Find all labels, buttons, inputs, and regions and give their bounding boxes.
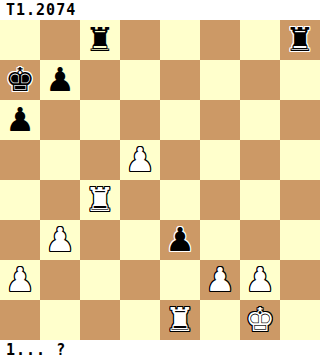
square-a1[interactable] [0, 300, 40, 340]
square-h1[interactable] [280, 300, 320, 340]
black-pawn-a6[interactable]: ♟ [5, 100, 35, 140]
black-pawn-b7[interactable]: ♟ [45, 60, 75, 100]
square-a7[interactable]: ♚ [0, 60, 40, 100]
white-pawn-g2[interactable]: ♟ [245, 260, 275, 300]
black-rook-h8[interactable]: ♜ [285, 20, 315, 60]
chess-board: ♜♜♚♟♟♟♜♟♟♟♟♟♜♚ [0, 20, 320, 340]
square-b2[interactable] [40, 260, 80, 300]
puzzle-title: T1.2074 [0, 0, 320, 20]
black-rook-c8[interactable]: ♜ [85, 20, 115, 60]
square-g1[interactable]: ♚ [240, 300, 280, 340]
square-a3[interactable] [0, 220, 40, 260]
square-c4[interactable]: ♜ [80, 180, 120, 220]
black-pawn-e3[interactable]: ♟ [165, 220, 195, 260]
square-h5[interactable] [280, 140, 320, 180]
square-d8[interactable] [120, 20, 160, 60]
square-b4[interactable] [40, 180, 80, 220]
square-c2[interactable] [80, 260, 120, 300]
square-d6[interactable] [120, 100, 160, 140]
square-c7[interactable] [80, 60, 120, 100]
square-f4[interactable] [200, 180, 240, 220]
black-king-a7[interactable]: ♚ [5, 60, 35, 100]
square-f2[interactable]: ♟ [200, 260, 240, 300]
square-c5[interactable] [80, 140, 120, 180]
square-d4[interactable] [120, 180, 160, 220]
square-e1[interactable]: ♜ [160, 300, 200, 340]
square-e8[interactable] [160, 20, 200, 60]
square-b8[interactable] [40, 20, 80, 60]
square-c6[interactable] [80, 100, 120, 140]
square-a4[interactable] [0, 180, 40, 220]
square-a2[interactable]: ♟ [0, 260, 40, 300]
square-d7[interactable] [120, 60, 160, 100]
square-h6[interactable] [280, 100, 320, 140]
square-h4[interactable] [280, 180, 320, 220]
white-pawn-a2[interactable]: ♟ [5, 260, 35, 300]
square-g8[interactable] [240, 20, 280, 60]
square-f8[interactable] [200, 20, 240, 60]
square-g6[interactable] [240, 100, 280, 140]
square-h7[interactable] [280, 60, 320, 100]
square-b7[interactable]: ♟ [40, 60, 80, 100]
square-g2[interactable]: ♟ [240, 260, 280, 300]
square-e5[interactable] [160, 140, 200, 180]
square-f7[interactable] [200, 60, 240, 100]
square-f3[interactable] [200, 220, 240, 260]
chess-puzzle-app: T1.2074 ♜♜♚♟♟♟♜♟♟♟♟♟♜♚ 1... ? [0, 0, 320, 360]
square-f5[interactable] [200, 140, 240, 180]
square-h3[interactable] [280, 220, 320, 260]
square-b1[interactable] [40, 300, 80, 340]
square-a5[interactable] [0, 140, 40, 180]
square-d1[interactable] [120, 300, 160, 340]
square-b6[interactable] [40, 100, 80, 140]
white-rook-c4[interactable]: ♜ [85, 180, 115, 220]
square-f1[interactable] [200, 300, 240, 340]
square-g3[interactable] [240, 220, 280, 260]
white-pawn-d5[interactable]: ♟ [125, 140, 155, 180]
square-c3[interactable] [80, 220, 120, 260]
square-g7[interactable] [240, 60, 280, 100]
white-rook-e1[interactable]: ♜ [165, 300, 195, 340]
square-g5[interactable] [240, 140, 280, 180]
square-a6[interactable]: ♟ [0, 100, 40, 140]
square-c1[interactable] [80, 300, 120, 340]
square-e7[interactable] [160, 60, 200, 100]
square-h8[interactable]: ♜ [280, 20, 320, 60]
square-d5[interactable]: ♟ [120, 140, 160, 180]
square-b5[interactable] [40, 140, 80, 180]
square-h2[interactable] [280, 260, 320, 300]
square-d3[interactable] [120, 220, 160, 260]
square-e4[interactable] [160, 180, 200, 220]
square-a8[interactable] [0, 20, 40, 60]
square-c8[interactable]: ♜ [80, 20, 120, 60]
square-g4[interactable] [240, 180, 280, 220]
move-prompt: 1... ? [0, 340, 320, 360]
square-e6[interactable] [160, 100, 200, 140]
square-b3[interactable]: ♟ [40, 220, 80, 260]
square-e3[interactable]: ♟ [160, 220, 200, 260]
white-king-g1[interactable]: ♚ [245, 300, 275, 340]
white-pawn-f2[interactable]: ♟ [205, 260, 235, 300]
square-f6[interactable] [200, 100, 240, 140]
square-e2[interactable] [160, 260, 200, 300]
square-d2[interactable] [120, 260, 160, 300]
white-pawn-b3[interactable]: ♟ [45, 220, 75, 260]
